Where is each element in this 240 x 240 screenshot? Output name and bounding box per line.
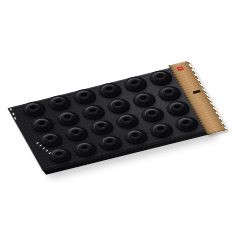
mold-cap	[134, 92, 152, 104]
mold-dip	[156, 126, 164, 131]
mold-dip	[80, 145, 88, 150]
mold-dip	[105, 139, 113, 144]
mold-dip	[148, 111, 156, 116]
mold-cap	[151, 71, 169, 83]
mold-dip	[71, 130, 79, 135]
mold-cap	[126, 77, 144, 89]
mold-dip	[164, 89, 172, 94]
mold-dip	[46, 136, 54, 141]
mold-cap	[109, 99, 127, 111]
mold-dip	[105, 86, 113, 91]
mold-cap	[100, 83, 118, 95]
mold-dip	[80, 93, 88, 98]
baking-tray	[7, 67, 209, 172]
mold-cap	[67, 126, 85, 138]
mold-cap	[75, 142, 93, 154]
mold-cavity	[121, 127, 150, 146]
mold-cavity	[45, 146, 74, 165]
hanger-slot	[192, 90, 201, 94]
mold-dip	[88, 108, 96, 113]
mold-cap	[160, 86, 178, 98]
mold-dip	[97, 123, 105, 128]
mold-cap	[117, 114, 135, 126]
rim-marking	[12, 113, 14, 115]
mold-dip	[173, 104, 181, 109]
brand-logo	[177, 66, 184, 71]
mold-cap	[41, 133, 59, 145]
mold-cap	[75, 89, 93, 101]
mold-dip	[37, 121, 45, 126]
mold-cap	[50, 148, 68, 160]
mold-cap	[177, 117, 195, 129]
mold-cap	[101, 135, 119, 147]
mold-cap	[83, 105, 101, 117]
mold-dip	[130, 80, 138, 85]
mold-cavity	[147, 121, 176, 140]
mold-cavity	[70, 139, 99, 158]
mold-cap	[151, 123, 169, 135]
rim-marking	[14, 117, 16, 119]
mold-cap	[143, 108, 161, 120]
mold-dip	[182, 120, 190, 125]
mold-dip	[122, 117, 130, 122]
mold-dip	[131, 132, 139, 137]
product-photo	[0, 0, 240, 240]
mold-dip	[55, 151, 63, 156]
mold-dip	[29, 105, 37, 110]
mold-cap	[92, 120, 110, 132]
mold-dip	[63, 114, 71, 119]
mold-dip	[54, 99, 62, 104]
mold-dip	[114, 102, 122, 107]
mold-dip	[156, 74, 164, 79]
mold-cap	[168, 101, 186, 113]
rim-marking	[10, 108, 12, 110]
mold-cap	[49, 96, 67, 108]
mold-dip	[139, 95, 147, 100]
mold-cap	[24, 102, 42, 114]
mold-cap	[126, 129, 144, 141]
mold-cap	[33, 117, 51, 129]
mold-cavity	[96, 133, 125, 152]
mold-cap	[58, 111, 76, 123]
